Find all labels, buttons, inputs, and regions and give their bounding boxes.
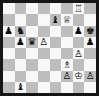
piece-white-king-g2: ♔: [74, 71, 83, 81]
square-g7[interactable]: [73, 14, 85, 25]
square-c6[interactable]: [26, 26, 38, 37]
piece-black-knight-b6: ♞: [16, 26, 25, 36]
square-e7[interactable]: ♝: [50, 14, 62, 25]
square-h7[interactable]: [84, 14, 96, 25]
square-f8[interactable]: [61, 3, 73, 14]
square-c7[interactable]: [26, 14, 38, 25]
square-d3[interactable]: [38, 59, 50, 70]
square-g6[interactable]: ♟: [73, 26, 85, 37]
piece-black-pawn-h5: ♟: [86, 37, 95, 47]
piece-black-pawn-g6: ♟: [74, 26, 83, 36]
square-a2[interactable]: [3, 71, 15, 82]
piece-black-queen-c5: ♛: [28, 37, 37, 47]
square-h8[interactable]: [84, 3, 96, 14]
square-b8[interactable]: [15, 3, 27, 14]
piece-white-pawn-f2: ♙: [62, 71, 71, 81]
square-h3[interactable]: [84, 59, 96, 70]
chess-diagram-frame: ♖♝♕♟♞♟♚♟♛♙♟♙♗♙♔♙♝: [0, 0, 99, 96]
square-g3[interactable]: [73, 59, 85, 70]
square-h4[interactable]: [84, 48, 96, 59]
square-d5[interactable]: ♙: [38, 37, 50, 48]
square-d4[interactable]: [38, 48, 50, 59]
square-e4[interactable]: [50, 48, 62, 59]
piece-white-pawn-h2: ♙: [86, 71, 95, 81]
square-b4[interactable]: [15, 48, 27, 59]
square-g1[interactable]: [73, 82, 85, 93]
square-b3[interactable]: [15, 59, 27, 70]
square-d2[interactable]: [38, 71, 50, 82]
piece-black-bishop-e7: ♝: [51, 14, 60, 24]
piece-black-pawn-b5: ♟: [16, 37, 25, 47]
square-e2[interactable]: [50, 71, 62, 82]
piece-white-rook-g8: ♖: [74, 3, 83, 13]
piece-white-pawn-d5: ♙: [39, 37, 48, 47]
piece-black-bishop-b1: ♝: [16, 82, 25, 92]
square-b2[interactable]: [15, 71, 27, 82]
piece-white-queen-f7: ♕: [62, 14, 71, 24]
square-e1[interactable]: [50, 82, 62, 93]
square-f7[interactable]: ♕: [61, 14, 73, 25]
square-b5[interactable]: ♟: [15, 37, 27, 48]
square-b7[interactable]: [15, 14, 27, 25]
square-a8[interactable]: [3, 3, 15, 14]
square-c1[interactable]: [26, 82, 38, 93]
square-g4[interactable]: ♙: [73, 48, 85, 59]
piece-black-pawn-a6: ♟: [4, 26, 13, 36]
square-f4[interactable]: [61, 48, 73, 59]
square-h6[interactable]: ♚: [84, 26, 96, 37]
square-e3[interactable]: [50, 59, 62, 70]
square-e8[interactable]: [50, 3, 62, 14]
piece-white-bishop-f3: ♗: [62, 59, 71, 69]
square-a6[interactable]: ♟: [3, 26, 15, 37]
square-c4[interactable]: [26, 48, 38, 59]
square-h5[interactable]: ♟: [84, 37, 96, 48]
square-b6[interactable]: ♞: [15, 26, 27, 37]
square-f6[interactable]: [61, 26, 73, 37]
square-c8[interactable]: [26, 3, 38, 14]
square-g2[interactable]: ♔: [73, 71, 85, 82]
square-d6[interactable]: [38, 26, 50, 37]
square-d8[interactable]: [38, 3, 50, 14]
square-g5[interactable]: [73, 37, 85, 48]
square-c3[interactable]: [26, 59, 38, 70]
square-a5[interactable]: [3, 37, 15, 48]
square-g8[interactable]: ♖: [73, 3, 85, 14]
piece-black-king-h6: ♚: [86, 26, 95, 36]
square-f3[interactable]: ♗: [61, 59, 73, 70]
square-h1[interactable]: [84, 82, 96, 93]
square-h2[interactable]: ♙: [84, 71, 96, 82]
square-e6[interactable]: [50, 26, 62, 37]
square-a3[interactable]: [3, 59, 15, 70]
square-d7[interactable]: [38, 14, 50, 25]
chess-board: ♖♝♕♟♞♟♚♟♛♙♟♙♗♙♔♙♝: [3, 3, 96, 93]
square-d1[interactable]: [38, 82, 50, 93]
piece-white-pawn-g4: ♙: [74, 48, 83, 58]
square-e5[interactable]: [50, 37, 62, 48]
square-a7[interactable]: [3, 14, 15, 25]
square-f5[interactable]: [61, 37, 73, 48]
square-a4[interactable]: [3, 48, 15, 59]
square-b1[interactable]: ♝: [15, 82, 27, 93]
square-f1[interactable]: [61, 82, 73, 93]
square-c5[interactable]: ♛: [26, 37, 38, 48]
square-a1[interactable]: [3, 82, 15, 93]
square-f2[interactable]: ♙: [61, 71, 73, 82]
square-c2[interactable]: [26, 71, 38, 82]
